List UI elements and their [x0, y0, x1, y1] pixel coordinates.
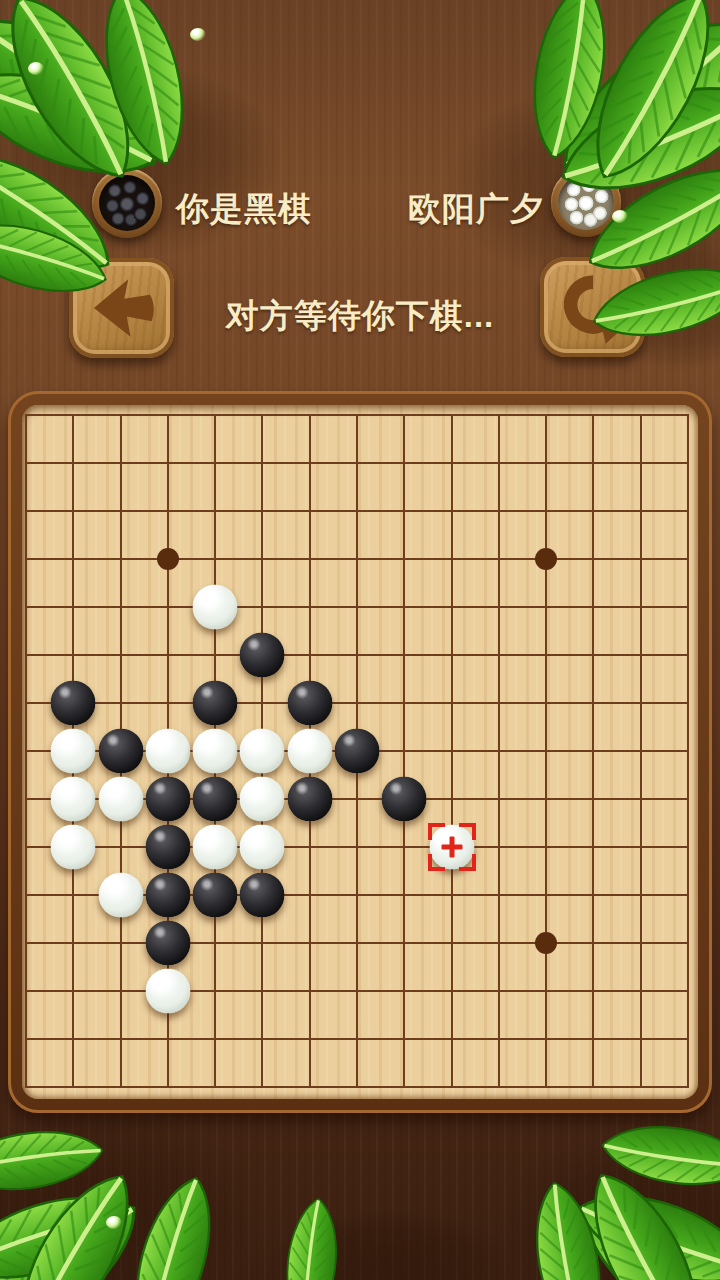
last-move-marker [428, 823, 476, 871]
board-grid[interactable] [26, 415, 688, 1087]
stone-white [240, 777, 285, 822]
stone-white [193, 825, 238, 870]
leaf-decoration [85, 0, 203, 175]
grid-line-horizontal [25, 1086, 689, 1088]
grid-line-horizontal [25, 510, 689, 512]
grid-line-vertical [261, 414, 263, 1088]
stone-white [98, 873, 143, 918]
stone-white [98, 777, 143, 822]
grid-line-horizontal [25, 702, 689, 704]
star-point [535, 548, 557, 570]
opponent-name: 欧阳广夕 [408, 187, 544, 232]
grid-line-vertical [309, 414, 311, 1088]
stone-black [193, 777, 238, 822]
grid-line-vertical [498, 414, 500, 1088]
leaf-decoration [597, 1114, 720, 1196]
board-face [22, 405, 698, 1099]
grid-line-vertical [592, 414, 594, 1088]
stone-black [240, 873, 285, 918]
restart-icon [553, 267, 633, 347]
leaf-shadow [500, 1130, 720, 1280]
grid-line-vertical [545, 414, 547, 1088]
grid-line-horizontal [25, 846, 689, 848]
star-point [157, 548, 179, 570]
stone-black [240, 633, 285, 678]
grid-line-vertical [451, 414, 453, 1088]
leaf-decoration [566, 1155, 720, 1280]
stone-white [51, 825, 96, 870]
player-black-label: 你是黑棋 [176, 187, 312, 232]
grid-line-vertical [72, 414, 74, 1088]
star-point [535, 932, 557, 954]
grid-line-vertical [640, 414, 642, 1088]
grid-line-horizontal [25, 606, 689, 608]
leaf-decoration [517, 0, 621, 166]
grid-line-horizontal [25, 462, 689, 464]
stone-black [145, 777, 190, 822]
leaf-decoration [0, 1155, 157, 1280]
leaf-decoration [0, 1119, 108, 1201]
leaf-decoration [565, 1171, 720, 1280]
stone-black [98, 729, 143, 774]
star-point [346, 740, 368, 762]
leaf-decoration [0, 0, 186, 202]
black-stones-bowl-icon [99, 175, 155, 231]
stone-white [193, 729, 238, 774]
grid-line-horizontal [25, 894, 689, 896]
restart-button[interactable] [540, 257, 645, 357]
stone-black [382, 777, 427, 822]
grid-line-horizontal [25, 414, 689, 416]
stone-white [51, 777, 96, 822]
grid-line-vertical [167, 414, 169, 1088]
stone-white [145, 969, 190, 1014]
leaf-decoration [0, 1174, 141, 1280]
white-stones-bowl-icon [558, 174, 614, 230]
leaf-shadow [0, 1110, 260, 1280]
stone-black [145, 873, 190, 918]
grid-line-vertical [687, 414, 689, 1088]
app-screen: 你是黑棋 欧阳广夕 对方等待你下棋... [0, 0, 720, 1280]
grid-line-vertical [403, 414, 405, 1088]
stone-black [193, 681, 238, 726]
opponent-avatar [551, 167, 621, 237]
water-droplet-icon [190, 28, 206, 41]
stone-white [240, 825, 285, 870]
leaf-decoration [555, 1170, 720, 1280]
stone-black [193, 873, 238, 918]
grid-line-horizontal [25, 654, 689, 656]
stone-black [287, 681, 332, 726]
leaf-decoration [116, 1167, 230, 1280]
grid-line-horizontal [25, 990, 689, 992]
star-point [157, 932, 179, 954]
grid-line-horizontal [25, 750, 689, 752]
stone-white [429, 825, 474, 870]
stone-black [51, 681, 96, 726]
stone-white [145, 729, 190, 774]
water-droplet-icon [106, 1216, 122, 1229]
leaf-decoration [522, 1176, 615, 1280]
leaf-decoration [278, 1195, 345, 1280]
stone-black [145, 921, 190, 966]
grid-line-vertical [356, 414, 358, 1088]
player-black-avatar [92, 168, 162, 238]
grid-line-horizontal [25, 942, 689, 944]
leaf-shadow [270, 1210, 510, 1280]
grid-line-horizontal [25, 1038, 689, 1040]
stone-white [193, 585, 238, 630]
game-board[interactable] [8, 391, 712, 1113]
leaf-decoration [0, 1172, 163, 1280]
water-droplet-icon [28, 62, 44, 75]
stone-white [240, 729, 285, 774]
grid-line-vertical [214, 414, 216, 1088]
stone-black [335, 729, 380, 774]
stone-white [51, 729, 96, 774]
grid-line-horizontal [25, 558, 689, 560]
grid-line-vertical [120, 414, 122, 1088]
stone-black [287, 777, 332, 822]
grid-line-horizontal [25, 798, 689, 800]
stone-white [287, 729, 332, 774]
grid-line-vertical [25, 414, 27, 1088]
stone-black [145, 825, 190, 870]
